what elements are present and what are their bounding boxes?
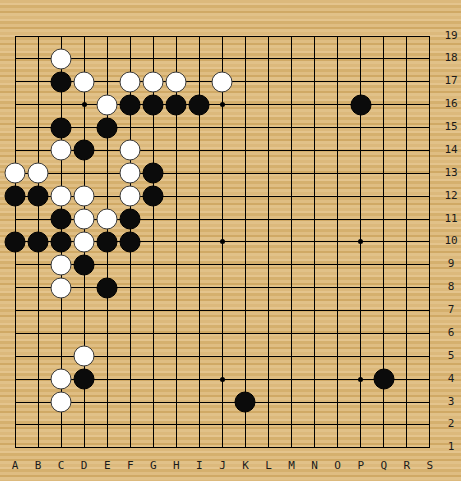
intersection-A9[interactable] — [4, 253, 27, 276]
intersection-Q3[interactable] — [372, 391, 395, 414]
intersection-A3[interactable] — [4, 391, 27, 414]
intersection-J15[interactable] — [211, 116, 234, 139]
intersection-I5[interactable] — [188, 345, 211, 368]
intersection-D15[interactable] — [73, 116, 96, 139]
intersection-O19[interactable] — [326, 25, 349, 48]
intersection-A19[interactable] — [4, 25, 27, 48]
intersection-I14[interactable] — [188, 139, 211, 162]
intersection-K18[interactable] — [234, 47, 257, 70]
intersection-L1[interactable] — [257, 436, 280, 459]
intersection-H1[interactable] — [165, 436, 188, 459]
intersection-K2[interactable] — [234, 413, 257, 436]
intersection-F12[interactable] — [119, 185, 142, 208]
intersection-M11[interactable] — [280, 208, 303, 231]
intersection-R17[interactable] — [395, 70, 418, 93]
intersection-H16[interactable] — [165, 93, 188, 116]
intersection-J17[interactable] — [211, 70, 234, 93]
intersection-K15[interactable] — [234, 116, 257, 139]
intersection-I15[interactable] — [188, 116, 211, 139]
intersection-A13[interactable] — [4, 162, 27, 185]
intersection-A15[interactable] — [4, 116, 27, 139]
intersection-F11[interactable] — [119, 208, 142, 231]
intersection-J10[interactable] — [211, 230, 234, 253]
intersection-I16[interactable] — [188, 93, 211, 116]
intersection-D12[interactable] — [73, 185, 96, 208]
intersection-F14[interactable] — [119, 139, 142, 162]
intersection-I2[interactable] — [188, 413, 211, 436]
intersection-I11[interactable] — [188, 208, 211, 231]
intersection-O1[interactable] — [326, 436, 349, 459]
intersection-L11[interactable] — [257, 208, 280, 231]
intersection-A16[interactable] — [4, 93, 27, 116]
intersection-G14[interactable] — [142, 139, 165, 162]
intersection-G8[interactable] — [142, 276, 165, 299]
intersection-E17[interactable] — [96, 70, 119, 93]
intersection-Q13[interactable] — [372, 162, 395, 185]
intersection-F7[interactable] — [119, 299, 142, 322]
intersection-G3[interactable] — [142, 391, 165, 414]
intersection-P10[interactable] — [349, 230, 372, 253]
intersection-D1[interactable] — [73, 436, 96, 459]
intersection-A17[interactable] — [4, 70, 27, 93]
intersection-I4[interactable] — [188, 368, 211, 391]
intersection-M19[interactable] — [280, 25, 303, 48]
intersection-Q14[interactable] — [372, 139, 395, 162]
intersection-O8[interactable] — [326, 276, 349, 299]
intersection-Q10[interactable] — [372, 230, 395, 253]
intersection-R18[interactable] — [395, 47, 418, 70]
intersection-Q1[interactable] — [372, 436, 395, 459]
intersection-E9[interactable] — [96, 253, 119, 276]
intersection-R8[interactable] — [395, 276, 418, 299]
intersection-P3[interactable] — [349, 391, 372, 414]
intersection-E16[interactable] — [96, 93, 119, 116]
intersection-K8[interactable] — [234, 276, 257, 299]
intersection-I6[interactable] — [188, 322, 211, 345]
intersection-H6[interactable] — [165, 322, 188, 345]
intersection-J6[interactable] — [211, 322, 234, 345]
intersection-I1[interactable] — [188, 436, 211, 459]
intersection-K12[interactable] — [234, 185, 257, 208]
intersection-J8[interactable] — [211, 276, 234, 299]
intersection-Q15[interactable] — [372, 116, 395, 139]
intersection-O16[interactable] — [326, 93, 349, 116]
intersection-P1[interactable] — [349, 436, 372, 459]
intersection-H5[interactable] — [165, 345, 188, 368]
intersection-E6[interactable] — [96, 322, 119, 345]
intersection-G19[interactable] — [142, 25, 165, 48]
intersection-P12[interactable] — [349, 185, 372, 208]
intersection-L10[interactable] — [257, 230, 280, 253]
intersection-B11[interactable] — [27, 208, 50, 231]
intersection-B17[interactable] — [27, 70, 50, 93]
intersection-M14[interactable] — [280, 139, 303, 162]
intersection-C13[interactable] — [50, 162, 73, 185]
intersection-E2[interactable] — [96, 413, 119, 436]
intersection-C18[interactable] — [50, 47, 73, 70]
intersection-N9[interactable] — [303, 253, 326, 276]
intersection-R5[interactable] — [395, 345, 418, 368]
intersection-E8[interactable] — [96, 276, 119, 299]
intersection-G6[interactable] — [142, 322, 165, 345]
intersection-K19[interactable] — [234, 25, 257, 48]
intersection-B3[interactable] — [27, 391, 50, 414]
intersection-R3[interactable] — [395, 391, 418, 414]
intersection-M9[interactable] — [280, 253, 303, 276]
intersection-F1[interactable] — [119, 436, 142, 459]
intersection-C19[interactable] — [50, 25, 73, 48]
intersection-F6[interactable] — [119, 322, 142, 345]
intersection-C1[interactable] — [50, 436, 73, 459]
intersection-L8[interactable] — [257, 276, 280, 299]
intersection-K3[interactable] — [234, 391, 257, 414]
intersection-K6[interactable] — [234, 322, 257, 345]
intersection-Q19[interactable] — [372, 25, 395, 48]
intersection-B5[interactable] — [27, 345, 50, 368]
intersection-Q2[interactable] — [372, 413, 395, 436]
intersection-P11[interactable] — [349, 208, 372, 231]
intersection-M7[interactable] — [280, 299, 303, 322]
intersection-R16[interactable] — [395, 93, 418, 116]
intersection-H2[interactable] — [165, 413, 188, 436]
intersection-J18[interactable] — [211, 47, 234, 70]
intersection-N16[interactable] — [303, 93, 326, 116]
intersection-M10[interactable] — [280, 230, 303, 253]
intersection-F13[interactable] — [119, 162, 142, 185]
intersection-Q9[interactable] — [372, 253, 395, 276]
intersection-H9[interactable] — [165, 253, 188, 276]
intersection-H17[interactable] — [165, 70, 188, 93]
intersection-Q8[interactable] — [372, 276, 395, 299]
intersection-L9[interactable] — [257, 253, 280, 276]
intersection-R10[interactable] — [395, 230, 418, 253]
intersection-A10[interactable] — [4, 230, 27, 253]
intersection-O18[interactable] — [326, 47, 349, 70]
intersection-O11[interactable] — [326, 208, 349, 231]
intersection-P17[interactable] — [349, 70, 372, 93]
intersection-J13[interactable] — [211, 162, 234, 185]
intersection-N3[interactable] — [303, 391, 326, 414]
intersection-A6[interactable] — [4, 322, 27, 345]
intersection-B4[interactable] — [27, 368, 50, 391]
intersection-D18[interactable] — [73, 47, 96, 70]
intersection-D6[interactable] — [73, 322, 96, 345]
intersection-E14[interactable] — [96, 139, 119, 162]
intersection-H11[interactable] — [165, 208, 188, 231]
intersection-L5[interactable] — [257, 345, 280, 368]
intersection-P7[interactable] — [349, 299, 372, 322]
intersection-N7[interactable] — [303, 299, 326, 322]
intersection-B7[interactable] — [27, 299, 50, 322]
intersection-B1[interactable] — [27, 436, 50, 459]
intersection-D11[interactable] — [73, 208, 96, 231]
intersection-N2[interactable] — [303, 413, 326, 436]
intersection-R4[interactable] — [395, 368, 418, 391]
intersection-R1[interactable] — [395, 436, 418, 459]
intersection-J16[interactable] — [211, 93, 234, 116]
intersection-C15[interactable] — [50, 116, 73, 139]
intersection-K13[interactable] — [234, 162, 257, 185]
intersection-D2[interactable] — [73, 413, 96, 436]
intersection-D17[interactable] — [73, 70, 96, 93]
intersection-K1[interactable] — [234, 436, 257, 459]
intersection-O6[interactable] — [326, 322, 349, 345]
intersection-Q12[interactable] — [372, 185, 395, 208]
intersection-G7[interactable] — [142, 299, 165, 322]
intersection-B2[interactable] — [27, 413, 50, 436]
intersection-Q5[interactable] — [372, 345, 395, 368]
intersection-D16[interactable] — [73, 93, 96, 116]
intersection-B9[interactable] — [27, 253, 50, 276]
intersection-Q11[interactable] — [372, 208, 395, 231]
intersection-Q16[interactable] — [372, 93, 395, 116]
intersection-J11[interactable] — [211, 208, 234, 231]
intersection-F16[interactable] — [119, 93, 142, 116]
intersection-B12[interactable] — [27, 185, 50, 208]
intersection-R12[interactable] — [395, 185, 418, 208]
intersection-K17[interactable] — [234, 70, 257, 93]
intersection-P5[interactable] — [349, 345, 372, 368]
intersection-I10[interactable] — [188, 230, 211, 253]
intersection-G16[interactable] — [142, 93, 165, 116]
intersection-B8[interactable] — [27, 276, 50, 299]
intersection-M4[interactable] — [280, 368, 303, 391]
intersection-D5[interactable] — [73, 345, 96, 368]
intersection-J14[interactable] — [211, 139, 234, 162]
intersection-A11[interactable] — [4, 208, 27, 231]
intersection-N5[interactable] — [303, 345, 326, 368]
intersection-H4[interactable] — [165, 368, 188, 391]
intersection-N13[interactable] — [303, 162, 326, 185]
intersection-M15[interactable] — [280, 116, 303, 139]
intersection-I8[interactable] — [188, 276, 211, 299]
intersection-N4[interactable] — [303, 368, 326, 391]
intersection-I17[interactable] — [188, 70, 211, 93]
intersection-P15[interactable] — [349, 116, 372, 139]
intersection-M3[interactable] — [280, 391, 303, 414]
intersection-N6[interactable] — [303, 322, 326, 345]
intersection-C2[interactable] — [50, 413, 73, 436]
intersection-B13[interactable] — [27, 162, 50, 185]
intersection-M17[interactable] — [280, 70, 303, 93]
intersection-L18[interactable] — [257, 47, 280, 70]
intersection-A2[interactable] — [4, 413, 27, 436]
intersection-I18[interactable] — [188, 47, 211, 70]
intersection-L2[interactable] — [257, 413, 280, 436]
intersection-D19[interactable] — [73, 25, 96, 48]
intersection-F19[interactable] — [119, 25, 142, 48]
intersection-E1[interactable] — [96, 436, 119, 459]
intersection-O5[interactable] — [326, 345, 349, 368]
intersection-N11[interactable] — [303, 208, 326, 231]
intersection-P4[interactable] — [349, 368, 372, 391]
intersection-J9[interactable] — [211, 253, 234, 276]
intersection-E18[interactable] — [96, 47, 119, 70]
intersection-H14[interactable] — [165, 139, 188, 162]
intersection-H8[interactable] — [165, 276, 188, 299]
intersection-G9[interactable] — [142, 253, 165, 276]
intersection-M13[interactable] — [280, 162, 303, 185]
intersection-H10[interactable] — [165, 230, 188, 253]
intersection-N14[interactable] — [303, 139, 326, 162]
intersection-L15[interactable] — [257, 116, 280, 139]
intersection-N18[interactable] — [303, 47, 326, 70]
intersection-K5[interactable] — [234, 345, 257, 368]
intersection-A5[interactable] — [4, 345, 27, 368]
intersection-G18[interactable] — [142, 47, 165, 70]
intersection-A18[interactable] — [4, 47, 27, 70]
intersection-M6[interactable] — [280, 322, 303, 345]
intersection-C9[interactable] — [50, 253, 73, 276]
intersection-C17[interactable] — [50, 70, 73, 93]
intersection-H13[interactable] — [165, 162, 188, 185]
intersection-N8[interactable] — [303, 276, 326, 299]
intersection-A4[interactable] — [4, 368, 27, 391]
intersection-L14[interactable] — [257, 139, 280, 162]
intersection-L4[interactable] — [257, 368, 280, 391]
intersection-B15[interactable] — [27, 116, 50, 139]
intersection-K11[interactable] — [234, 208, 257, 231]
intersection-L7[interactable] — [257, 299, 280, 322]
intersection-P14[interactable] — [349, 139, 372, 162]
intersection-L12[interactable] — [257, 185, 280, 208]
intersection-E5[interactable] — [96, 345, 119, 368]
intersection-N17[interactable] — [303, 70, 326, 93]
intersection-J1[interactable] — [211, 436, 234, 459]
intersection-H7[interactable] — [165, 299, 188, 322]
intersection-C16[interactable] — [50, 93, 73, 116]
intersection-K10[interactable] — [234, 230, 257, 253]
intersection-C14[interactable] — [50, 139, 73, 162]
intersection-B19[interactable] — [27, 25, 50, 48]
intersection-C7[interactable] — [50, 299, 73, 322]
intersection-G12[interactable] — [142, 185, 165, 208]
intersection-E12[interactable] — [96, 185, 119, 208]
intersection-G15[interactable] — [142, 116, 165, 139]
intersection-O2[interactable] — [326, 413, 349, 436]
intersection-O4[interactable] — [326, 368, 349, 391]
intersection-R9[interactable] — [395, 253, 418, 276]
intersection-F5[interactable] — [119, 345, 142, 368]
intersection-G2[interactable] — [142, 413, 165, 436]
intersection-N10[interactable] — [303, 230, 326, 253]
intersection-A8[interactable] — [4, 276, 27, 299]
intersection-Q18[interactable] — [372, 47, 395, 70]
intersection-O12[interactable] — [326, 185, 349, 208]
intersection-D7[interactable] — [73, 299, 96, 322]
intersection-L6[interactable] — [257, 322, 280, 345]
intersection-P13[interactable] — [349, 162, 372, 185]
intersection-I7[interactable] — [188, 299, 211, 322]
intersection-F8[interactable] — [119, 276, 142, 299]
intersection-M5[interactable] — [280, 345, 303, 368]
intersection-M16[interactable] — [280, 93, 303, 116]
intersection-Q7[interactable] — [372, 299, 395, 322]
intersection-H15[interactable] — [165, 116, 188, 139]
intersection-D10[interactable] — [73, 230, 96, 253]
intersection-C10[interactable] — [50, 230, 73, 253]
intersection-D3[interactable] — [73, 391, 96, 414]
intersection-D14[interactable] — [73, 139, 96, 162]
intersection-J4[interactable] — [211, 368, 234, 391]
intersection-F10[interactable] — [119, 230, 142, 253]
intersection-H12[interactable] — [165, 185, 188, 208]
intersection-J3[interactable] — [211, 391, 234, 414]
intersection-N15[interactable] — [303, 116, 326, 139]
intersection-A12[interactable] — [4, 185, 27, 208]
intersection-F2[interactable] — [119, 413, 142, 436]
intersection-K4[interactable] — [234, 368, 257, 391]
intersection-I9[interactable] — [188, 253, 211, 276]
intersection-K16[interactable] — [234, 93, 257, 116]
intersection-J2[interactable] — [211, 413, 234, 436]
intersection-F4[interactable] — [119, 368, 142, 391]
intersection-G17[interactable] — [142, 70, 165, 93]
intersection-E13[interactable] — [96, 162, 119, 185]
intersection-O15[interactable] — [326, 116, 349, 139]
intersection-I12[interactable] — [188, 185, 211, 208]
intersection-H3[interactable] — [165, 391, 188, 414]
intersection-R19[interactable] — [395, 25, 418, 48]
intersection-N1[interactable] — [303, 436, 326, 459]
intersection-D9[interactable] — [73, 253, 96, 276]
intersection-E4[interactable] — [96, 368, 119, 391]
intersection-P16[interactable] — [349, 93, 372, 116]
intersection-E19[interactable] — [96, 25, 119, 48]
intersection-C4[interactable] — [50, 368, 73, 391]
intersection-C3[interactable] — [50, 391, 73, 414]
intersection-O7[interactable] — [326, 299, 349, 322]
intersection-K14[interactable] — [234, 139, 257, 162]
intersection-G5[interactable] — [142, 345, 165, 368]
intersection-I13[interactable] — [188, 162, 211, 185]
intersection-P9[interactable] — [349, 253, 372, 276]
intersection-G13[interactable] — [142, 162, 165, 185]
intersection-E11[interactable] — [96, 208, 119, 231]
intersection-L19[interactable] — [257, 25, 280, 48]
intersection-E3[interactable] — [96, 391, 119, 414]
intersection-O14[interactable] — [326, 139, 349, 162]
intersection-E10[interactable] — [96, 230, 119, 253]
intersection-H18[interactable] — [165, 47, 188, 70]
intersection-F15[interactable] — [119, 116, 142, 139]
intersection-J19[interactable] — [211, 25, 234, 48]
intersection-M2[interactable] — [280, 413, 303, 436]
intersection-A7[interactable] — [4, 299, 27, 322]
intersection-P8[interactable] — [349, 276, 372, 299]
intersection-K9[interactable] — [234, 253, 257, 276]
intersection-C6[interactable] — [50, 322, 73, 345]
intersection-G1[interactable] — [142, 436, 165, 459]
intersection-I3[interactable] — [188, 391, 211, 414]
intersection-Q4[interactable] — [372, 368, 395, 391]
intersection-H19[interactable] — [165, 25, 188, 48]
intersection-I19[interactable] — [188, 25, 211, 48]
intersection-D4[interactable] — [73, 368, 96, 391]
intersection-C11[interactable] — [50, 208, 73, 231]
intersection-Q17[interactable] — [372, 70, 395, 93]
intersection-D13[interactable] — [73, 162, 96, 185]
intersection-A14[interactable] — [4, 139, 27, 162]
intersection-E7[interactable] — [96, 299, 119, 322]
intersection-G4[interactable] — [142, 368, 165, 391]
intersection-A1[interactable] — [4, 436, 27, 459]
intersection-R7[interactable] — [395, 299, 418, 322]
intersection-M18[interactable] — [280, 47, 303, 70]
intersection-R2[interactable] — [395, 413, 418, 436]
intersection-G10[interactable] — [142, 230, 165, 253]
intersection-J5[interactable] — [211, 345, 234, 368]
